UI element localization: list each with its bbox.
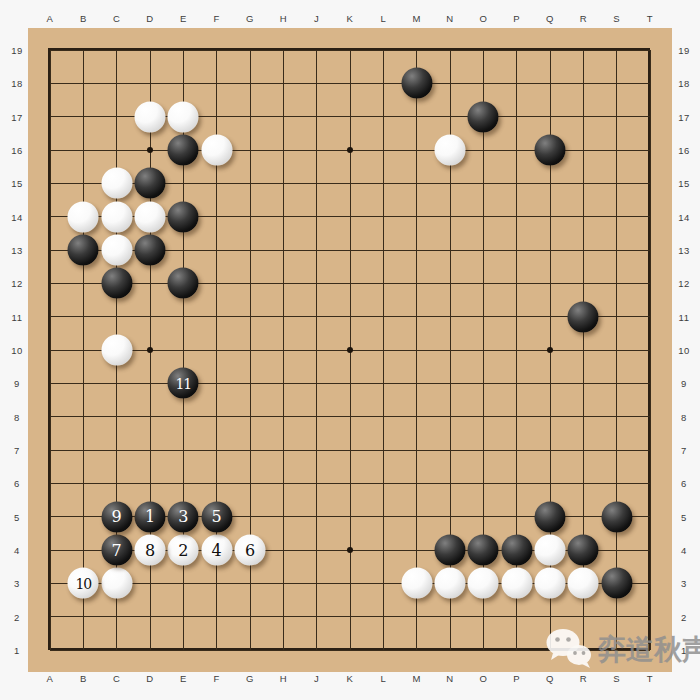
stone-black-D15[interactable] — [135, 168, 166, 199]
move-number: 1 — [145, 509, 155, 525]
move-number: 10 — [75, 576, 91, 590]
stone-white-F4[interactable]: 4 — [201, 535, 232, 566]
stone-black-D5[interactable]: 1 — [135, 501, 166, 532]
wechat-icon — [545, 627, 593, 673]
stone-white-F16[interactable] — [201, 135, 232, 166]
stone-black-R4[interactable] — [568, 535, 599, 566]
stone-white-R3[interactable] — [568, 568, 599, 599]
stone-white-C15[interactable] — [101, 168, 132, 199]
stone-black-S3[interactable] — [601, 568, 632, 599]
move-number: 8 — [145, 542, 155, 558]
stone-white-E4[interactable]: 2 — [168, 535, 199, 566]
stone-black-F5[interactable]: 5 — [201, 501, 232, 532]
stone-black-E14[interactable] — [168, 201, 199, 232]
stone-black-C5[interactable]: 9 — [101, 501, 132, 532]
stone-black-O17[interactable] — [468, 101, 499, 132]
stone-white-E17[interactable] — [168, 101, 199, 132]
move-number: 3 — [178, 509, 188, 525]
stone-white-P3[interactable] — [501, 568, 532, 599]
stone-black-E5[interactable]: 3 — [168, 501, 199, 532]
move-number: 9 — [112, 509, 122, 525]
move-number: 2 — [178, 542, 188, 558]
stone-black-E12[interactable] — [168, 268, 199, 299]
stone-white-C3[interactable] — [101, 568, 132, 599]
watermark: 弈道秋声 — [545, 628, 700, 672]
stone-black-R11[interactable] — [568, 301, 599, 332]
stone-black-N4[interactable] — [435, 535, 466, 566]
watermark-text: 弈道秋声 — [598, 631, 700, 669]
move-number: 4 — [212, 542, 222, 558]
stone-white-C14[interactable] — [101, 201, 132, 232]
stone-white-C10[interactable] — [101, 335, 132, 366]
stone-black-S5[interactable] — [601, 501, 632, 532]
stone-black-C4[interactable]: 7 — [101, 535, 132, 566]
stone-black-B13[interactable] — [68, 235, 99, 266]
stone-white-C13[interactable] — [101, 235, 132, 266]
stone-black-C12[interactable] — [101, 268, 132, 299]
stone-black-M18[interactable] — [401, 68, 432, 99]
stone-black-O4[interactable] — [468, 535, 499, 566]
stone-white-Q4[interactable] — [535, 535, 566, 566]
move-number: 6 — [245, 542, 255, 558]
move-number: 7 — [112, 542, 122, 558]
stone-white-N3[interactable] — [435, 568, 466, 599]
stone-white-N16[interactable] — [435, 135, 466, 166]
stone-black-Q5[interactable] — [535, 501, 566, 532]
stone-black-E9[interactable]: 11 — [168, 368, 199, 399]
stone-white-D17[interactable] — [135, 101, 166, 132]
move-number: 5 — [212, 509, 222, 525]
stone-black-P4[interactable] — [501, 535, 532, 566]
stone-white-G4[interactable]: 6 — [235, 535, 266, 566]
stone-white-Q3[interactable] — [535, 568, 566, 599]
stone-white-B3[interactable]: 10 — [68, 568, 99, 599]
go-diagram: ABCDEFGHJKLMNOPQRST ABCDEFGHJKLMNOPQRST … — [0, 0, 700, 700]
stone-black-D13[interactable] — [135, 235, 166, 266]
stone-white-B14[interactable] — [68, 201, 99, 232]
stones-layer: 1234567891011 — [0, 0, 700, 700]
stone-white-D4[interactable]: 8 — [135, 535, 166, 566]
move-number: 11 — [175, 376, 191, 390]
stone-white-O3[interactable] — [468, 568, 499, 599]
stone-white-M3[interactable] — [401, 568, 432, 599]
stone-black-E16[interactable] — [168, 135, 199, 166]
stone-black-Q16[interactable] — [535, 135, 566, 166]
stone-white-D14[interactable] — [135, 201, 166, 232]
